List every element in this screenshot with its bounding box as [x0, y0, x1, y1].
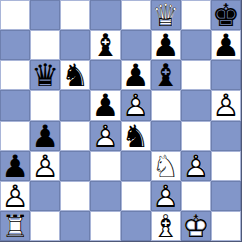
square-g6[interactable]: [181, 60, 211, 90]
square-d4[interactable]: ♟♙: [90, 121, 120, 151]
white-piece-outline-glyph: ♙: [212, 90, 240, 120]
white-piece-outline-glyph: ♙: [92, 121, 120, 151]
square-g1[interactable]: ♚♔: [181, 211, 211, 241]
piece-black-pawn[interactable]: ♟: [31, 121, 59, 151]
square-h6[interactable]: [211, 60, 241, 90]
square-b7[interactable]: [30, 30, 60, 60]
square-e4[interactable]: ♞: [121, 121, 151, 151]
piece-black-pawn[interactable]: ♟: [122, 60, 150, 90]
square-c1[interactable]: [60, 211, 90, 241]
square-b4[interactable]: ♟: [30, 121, 60, 151]
square-g5[interactable]: [181, 90, 211, 120]
piece-white-pawn[interactable]: ♟♙: [152, 181, 180, 211]
square-a6[interactable]: [0, 60, 30, 90]
white-piece-outline-glyph: ♗: [152, 211, 180, 241]
square-e1[interactable]: [121, 211, 151, 241]
piece-black-bishop[interactable]: ♝: [92, 30, 120, 60]
piece-white-pawn[interactable]: ♟♙: [212, 90, 240, 120]
square-h5[interactable]: ♟♙: [211, 90, 241, 120]
square-g7[interactable]: [181, 30, 211, 60]
square-f4[interactable]: [151, 121, 181, 151]
square-d7[interactable]: ♝: [90, 30, 120, 60]
square-e7[interactable]: [121, 30, 151, 60]
piece-white-pawn[interactable]: ♟♙: [1, 181, 29, 211]
square-c5[interactable]: [60, 90, 90, 120]
square-a7[interactable]: [0, 30, 30, 60]
square-c6[interactable]: ♞: [60, 60, 90, 90]
square-d3[interactable]: [90, 151, 120, 181]
piece-black-pawn[interactable]: ♟: [152, 30, 180, 60]
piece-white-knight[interactable]: ♞♘: [152, 151, 180, 181]
square-e2[interactable]: [121, 181, 151, 211]
white-piece-outline-glyph: ♕: [152, 0, 180, 30]
square-d6[interactable]: [90, 60, 120, 90]
piece-black-knight[interactable]: ♞: [61, 60, 89, 90]
white-piece-outline-glyph: ♔: [182, 211, 210, 241]
square-b8[interactable]: [30, 0, 60, 30]
square-f3[interactable]: ♞♘: [151, 151, 181, 181]
square-e5[interactable]: ♟♙: [121, 90, 151, 120]
square-c7[interactable]: [60, 30, 90, 60]
square-h2[interactable]: [211, 181, 241, 211]
chess-board: ♛♕♚♝♟♟♛♞♟♝♟♟♙♟♙♟♟♙♞♟♟♙♞♘♟♙♟♙♟♙♜♖♝♗♚♔: [0, 0, 242, 242]
piece-white-pawn[interactable]: ♟♙: [122, 90, 150, 120]
square-c4[interactable]: [60, 121, 90, 151]
square-b3[interactable]: ♟♙: [30, 151, 60, 181]
square-g8[interactable]: [181, 0, 211, 30]
piece-black-knight[interactable]: ♞: [122, 121, 150, 151]
square-d2[interactable]: [90, 181, 120, 211]
piece-black-queen[interactable]: ♛: [31, 60, 59, 90]
square-e8[interactable]: [121, 0, 151, 30]
square-f1[interactable]: ♝♗: [151, 211, 181, 241]
square-f5[interactable]: [151, 90, 181, 120]
square-e6[interactable]: ♟: [121, 60, 151, 90]
square-a1[interactable]: ♜♖: [0, 211, 30, 241]
square-b2[interactable]: [30, 181, 60, 211]
square-h8[interactable]: ♚: [211, 0, 241, 30]
square-h3[interactable]: [211, 151, 241, 181]
square-h1[interactable]: [211, 211, 241, 241]
white-piece-outline-glyph: ♖: [1, 211, 29, 241]
square-e3[interactable]: [121, 151, 151, 181]
square-a8[interactable]: [0, 0, 30, 30]
square-b5[interactable]: [30, 90, 60, 120]
piece-white-queen[interactable]: ♛♕: [152, 0, 180, 30]
white-piece-outline-glyph: ♙: [182, 151, 210, 181]
square-f8[interactable]: ♛♕: [151, 0, 181, 30]
piece-white-pawn[interactable]: ♟♙: [182, 151, 210, 181]
square-c8[interactable]: [60, 0, 90, 30]
square-f7[interactable]: ♟: [151, 30, 181, 60]
square-a4[interactable]: [0, 121, 30, 151]
white-piece-outline-glyph: ♙: [1, 181, 29, 211]
white-piece-outline-glyph: ♘: [152, 151, 180, 181]
piece-black-bishop[interactable]: ♝: [152, 60, 180, 90]
square-b6[interactable]: ♛: [30, 60, 60, 90]
square-a3[interactable]: ♟: [0, 151, 30, 181]
square-g4[interactable]: [181, 121, 211, 151]
square-c3[interactable]: [60, 151, 90, 181]
piece-black-pawn[interactable]: ♟: [92, 90, 120, 120]
piece-white-rook[interactable]: ♜♖: [1, 211, 29, 241]
square-d5[interactable]: ♟: [90, 90, 120, 120]
piece-black-pawn[interactable]: ♟: [1, 151, 29, 181]
white-piece-outline-glyph: ♙: [152, 181, 180, 211]
piece-white-king[interactable]: ♚♔: [182, 211, 210, 241]
piece-white-pawn[interactable]: ♟♙: [31, 151, 59, 181]
square-f6[interactable]: ♝: [151, 60, 181, 90]
square-h4[interactable]: [211, 121, 241, 151]
square-g3[interactable]: ♟♙: [181, 151, 211, 181]
square-b1[interactable]: [30, 211, 60, 241]
white-piece-outline-glyph: ♙: [122, 90, 150, 120]
square-h7[interactable]: ♟: [211, 30, 241, 60]
piece-black-king[interactable]: ♚: [212, 0, 240, 30]
square-f2[interactable]: ♟♙: [151, 181, 181, 211]
square-d8[interactable]: [90, 0, 120, 30]
white-piece-outline-glyph: ♙: [31, 151, 59, 181]
square-a5[interactable]: [0, 90, 30, 120]
square-a2[interactable]: ♟♙: [0, 181, 30, 211]
square-d1[interactable]: [90, 211, 120, 241]
piece-black-pawn[interactable]: ♟: [212, 30, 240, 60]
piece-white-bishop[interactable]: ♝♗: [152, 211, 180, 241]
square-c2[interactable]: [60, 181, 90, 211]
square-g2[interactable]: [181, 181, 211, 211]
piece-white-pawn[interactable]: ♟♙: [92, 121, 120, 151]
